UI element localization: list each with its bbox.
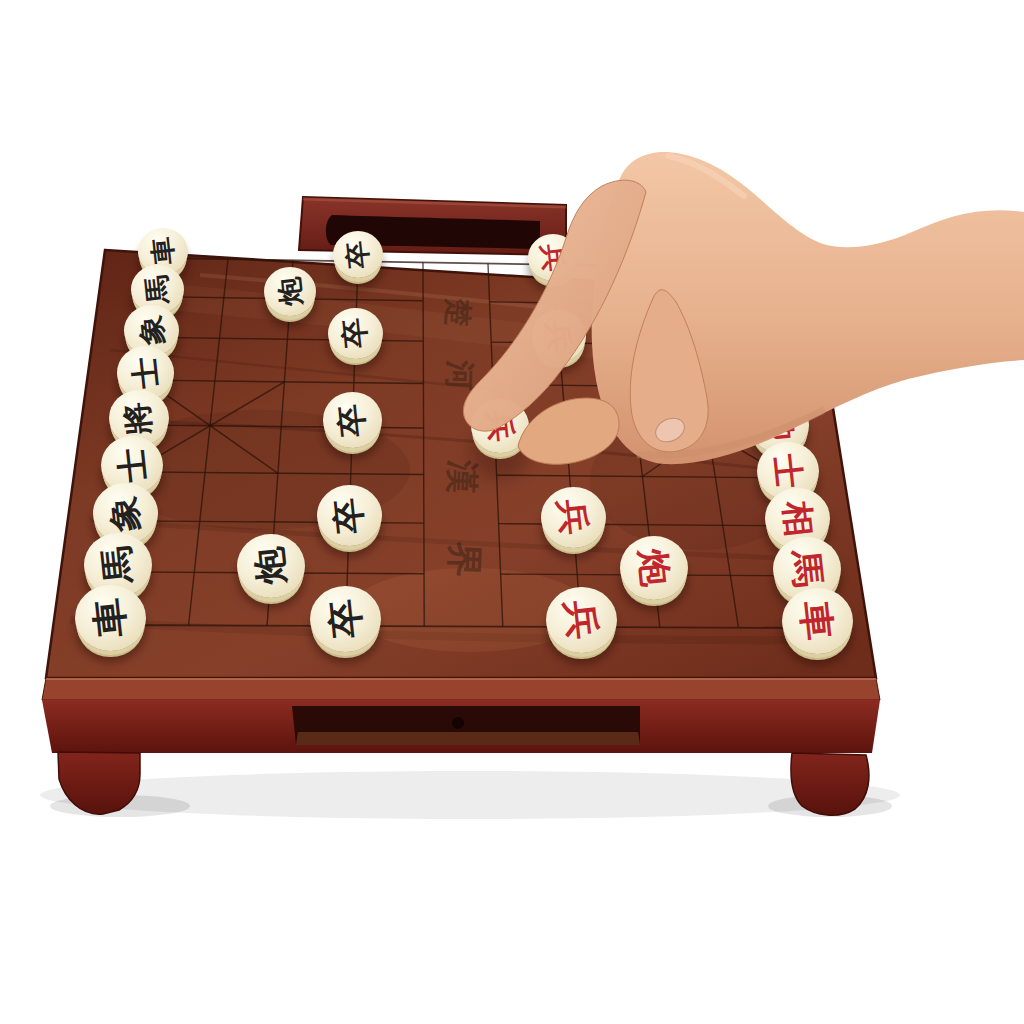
thumb bbox=[518, 398, 619, 464]
xiangqi-product-photo-scene: 楚河漢界 車卒兵車馬炮炮馬象卒兵相士士將卒帥兵士士象卒兵相馬炮炮馬車卒兵車 bbox=[0, 0, 1024, 1024]
hand bbox=[0, 0, 1024, 1024]
